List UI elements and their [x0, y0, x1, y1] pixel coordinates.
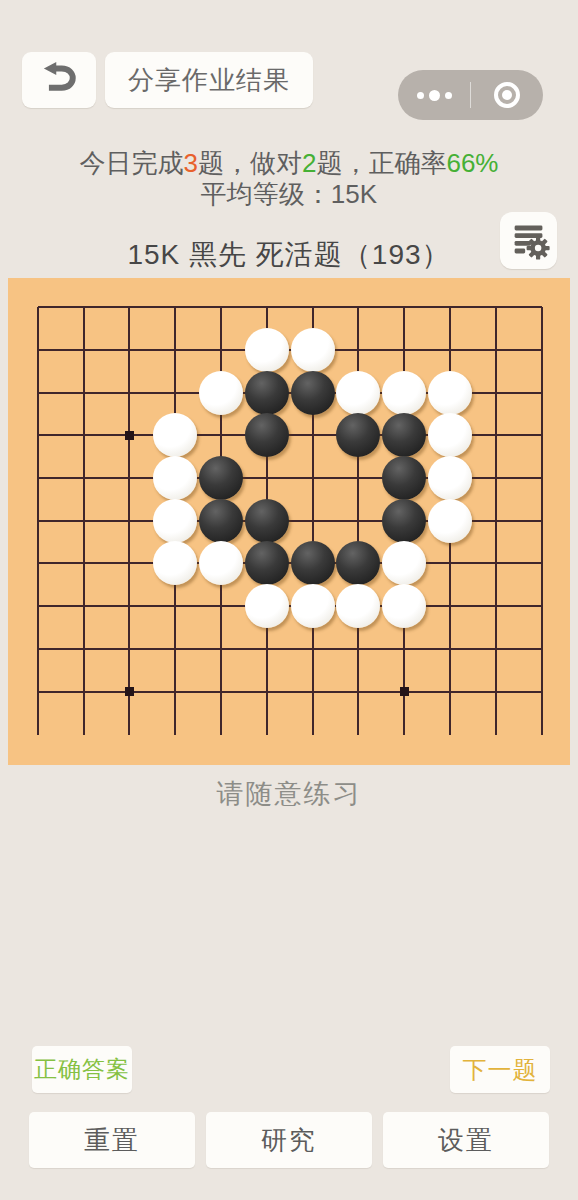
board-intersection[interactable] — [381, 457, 427, 500]
board-intersection[interactable] — [107, 628, 153, 671]
white-stone — [153, 456, 197, 500]
board-intersection[interactable] — [244, 457, 290, 500]
board-intersection[interactable] — [152, 670, 198, 713]
black-stone — [245, 541, 289, 585]
board-intersection[interactable] — [427, 329, 473, 372]
board-intersection[interactable] — [381, 585, 427, 628]
board-intersection[interactable] — [336, 542, 382, 585]
board-intersection[interactable] — [473, 499, 519, 542]
board-intersection[interactable] — [61, 286, 107, 329]
board-intersection[interactable] — [519, 670, 565, 713]
board-intersection[interactable] — [336, 670, 382, 713]
board-intersection[interactable] — [15, 585, 61, 628]
board-line-extension — [519, 713, 565, 735]
board-intersection[interactable] — [473, 414, 519, 457]
black-stone — [382, 456, 426, 500]
black-stone — [245, 499, 289, 543]
correct-count: 2 — [302, 148, 316, 178]
go-board[interactable] — [8, 278, 570, 765]
board-intersection[interactable] — [244, 542, 290, 585]
board-intersection[interactable] — [473, 670, 519, 713]
header: 分享作业结果 — [22, 52, 313, 108]
dot-icon — [429, 90, 440, 101]
board-intersection[interactable] — [152, 329, 198, 372]
circle-target-icon — [494, 82, 520, 108]
board-intersection[interactable] — [61, 499, 107, 542]
board-intersection[interactable] — [381, 670, 427, 713]
white-stone — [336, 584, 380, 628]
share-result-button[interactable]: 分享作业结果 — [105, 52, 313, 108]
board-intersection[interactable] — [519, 371, 565, 414]
star-point — [400, 687, 409, 696]
board-intersection[interactable] — [336, 414, 382, 457]
board-intersection[interactable] — [61, 414, 107, 457]
board-intersection[interactable] — [381, 286, 427, 329]
white-stone — [428, 499, 472, 543]
board-intersection[interactable] — [198, 542, 244, 585]
dot-icon — [445, 92, 452, 99]
board-intersection[interactable] — [473, 457, 519, 500]
board-line-extension — [244, 713, 290, 735]
star-point — [125, 687, 134, 696]
board-line-extension — [198, 713, 244, 735]
board-intersection[interactable] — [381, 628, 427, 671]
miniprogram-capsule — [398, 70, 543, 120]
board-intersection[interactable] — [427, 499, 473, 542]
white-stone — [382, 371, 426, 415]
board-intersection[interactable] — [336, 499, 382, 542]
white-stone — [153, 499, 197, 543]
board-intersection[interactable] — [198, 585, 244, 628]
board-intersection[interactable] — [61, 457, 107, 500]
white-stone — [428, 413, 472, 457]
board-line-extension — [473, 713, 519, 735]
board-intersection[interactable] — [290, 628, 336, 671]
board-intersection[interactable] — [381, 371, 427, 414]
board-intersection[interactable] — [198, 628, 244, 671]
board-intersection[interactable] — [381, 499, 427, 542]
board-intersection[interactable] — [152, 628, 198, 671]
board-intersection[interactable] — [244, 329, 290, 372]
board-intersection[interactable] — [519, 329, 565, 372]
board-intersection[interactable] — [473, 371, 519, 414]
black-stone — [336, 541, 380, 585]
board-intersection[interactable] — [519, 414, 565, 457]
board-intersection[interactable] — [290, 414, 336, 457]
daily-stats: 今日完成3题，做对2题，正确率66% 平均等级：15K — [0, 148, 578, 210]
black-stone — [245, 413, 289, 457]
board-intersection[interactable] — [427, 585, 473, 628]
board-line-extension — [152, 713, 198, 735]
title-row: 15K 黑先 死活题（193） — [0, 212, 578, 270]
board-intersection[interactable] — [15, 371, 61, 414]
board-intersection[interactable] — [427, 414, 473, 457]
board-intersection[interactable] — [427, 542, 473, 585]
star-point — [125, 431, 134, 440]
board-intersection[interactable] — [427, 670, 473, 713]
board-intersection[interactable] — [473, 329, 519, 372]
reset-button[interactable]: 重置 — [29, 1112, 195, 1168]
board-intersection[interactable] — [107, 670, 153, 713]
black-stone — [291, 371, 335, 415]
correct-answer-button[interactable]: 正确答案 — [32, 1046, 132, 1093]
board-intersection[interactable] — [244, 414, 290, 457]
board-intersection[interactable] — [519, 542, 565, 585]
completed-count: 3 — [184, 148, 198, 178]
board-intersection[interactable] — [152, 371, 198, 414]
board-intersection[interactable] — [244, 286, 290, 329]
board-intersection[interactable] — [107, 499, 153, 542]
board-intersection[interactable] — [244, 371, 290, 414]
board-intersection[interactable] — [152, 585, 198, 628]
board-intersection[interactable] — [290, 457, 336, 500]
action-bar: 重置 研究 设置 — [0, 1112, 578, 1168]
next-problem-button[interactable]: 下一题 — [450, 1046, 550, 1093]
board-intersection[interactable] — [290, 286, 336, 329]
go-board-grid — [15, 286, 565, 735]
board-intersection[interactable] — [244, 670, 290, 713]
average-level: 平均等级：15K — [0, 179, 578, 210]
board-intersection[interactable] — [61, 371, 107, 414]
board-intersection[interactable] — [61, 542, 107, 585]
board-intersection[interactable] — [107, 371, 153, 414]
board-intersection[interactable] — [427, 628, 473, 671]
board-intersection[interactable] — [473, 286, 519, 329]
problem-list-settings-button[interactable] — [500, 212, 557, 269]
white-stone — [428, 371, 472, 415]
board-intersection[interactable] — [152, 457, 198, 500]
white-stone — [199, 541, 243, 585]
stats-line1: 今日完成3题，做对2题，正确率66% — [0, 148, 578, 179]
black-stone — [382, 413, 426, 457]
board-intersection[interactable] — [198, 670, 244, 713]
board-intersection[interactable] — [427, 457, 473, 500]
black-stone — [245, 371, 289, 415]
black-stone — [382, 499, 426, 543]
board-intersection[interactable] — [15, 414, 61, 457]
white-stone — [199, 371, 243, 415]
board-intersection[interactable] — [519, 585, 565, 628]
board-line-extension — [15, 713, 61, 735]
board-intersection[interactable] — [473, 542, 519, 585]
board-intersection[interactable] — [381, 329, 427, 372]
white-stone — [291, 328, 335, 372]
white-stone — [153, 541, 197, 585]
board-intersection[interactable] — [381, 542, 427, 585]
board-line-extension — [107, 713, 153, 735]
settings-button[interactable]: 设置 — [383, 1112, 549, 1168]
board-intersection[interactable] — [519, 628, 565, 671]
board-intersection[interactable] — [336, 329, 382, 372]
board-intersection[interactable] — [336, 585, 382, 628]
board-intersection[interactable] — [244, 585, 290, 628]
board-intersection[interactable] — [473, 628, 519, 671]
board-intersection[interactable] — [427, 286, 473, 329]
accuracy-value: 66% — [446, 148, 498, 178]
board-intersection[interactable] — [473, 585, 519, 628]
board-intersection[interactable] — [244, 499, 290, 542]
board-intersection[interactable] — [198, 457, 244, 500]
board-intersection[interactable] — [61, 329, 107, 372]
white-stone — [428, 456, 472, 500]
board-intersection[interactable] — [107, 414, 153, 457]
board-line-extension — [61, 713, 107, 735]
back-button[interactable] — [22, 52, 96, 108]
board-intersection[interactable] — [107, 286, 153, 329]
practice-hint: 请随意练习 — [0, 776, 578, 812]
undo-arrow-icon — [37, 57, 81, 104]
board-line-extension — [336, 713, 382, 735]
board-intersection[interactable] — [290, 371, 336, 414]
board-intersection[interactable] — [152, 286, 198, 329]
board-line-extension — [381, 713, 427, 735]
board-intersection[interactable] — [198, 499, 244, 542]
board-intersection[interactable] — [336, 628, 382, 671]
board-intersection[interactable] — [381, 414, 427, 457]
board-intersection[interactable] — [107, 457, 153, 500]
white-stone — [336, 371, 380, 415]
board-intersection[interactable] — [244, 628, 290, 671]
board-intersection[interactable] — [336, 286, 382, 329]
board-intersection[interactable] — [61, 628, 107, 671]
board-intersection[interactable] — [290, 542, 336, 585]
board-intersection[interactable] — [290, 499, 336, 542]
board-intersection[interactable] — [336, 371, 382, 414]
board-intersection[interactable] — [61, 585, 107, 628]
board-intersection[interactable] — [198, 286, 244, 329]
board-intersection[interactable] — [290, 670, 336, 713]
research-button[interactable]: 研究 — [206, 1112, 372, 1168]
list-gear-icon — [506, 216, 552, 265]
board-intersection[interactable] — [152, 542, 198, 585]
board-intersection[interactable] — [198, 329, 244, 372]
close-target-button[interactable] — [471, 82, 543, 108]
board-intersection[interactable] — [107, 585, 153, 628]
white-stone — [153, 413, 197, 457]
white-stone — [245, 584, 289, 628]
board-intersection[interactable] — [15, 457, 61, 500]
board-intersection[interactable] — [15, 628, 61, 671]
white-stone — [382, 541, 426, 585]
board-intersection[interactable] — [290, 329, 336, 372]
board-intersection[interactable] — [519, 499, 565, 542]
board-intersection[interactable] — [427, 371, 473, 414]
board-intersection[interactable] — [152, 499, 198, 542]
more-menu-button[interactable] — [398, 90, 470, 101]
white-stone — [291, 584, 335, 628]
board-intersection[interactable] — [61, 670, 107, 713]
page-title: 15K 黑先 死活题（193） — [0, 236, 578, 274]
board-intersection[interactable] — [198, 414, 244, 457]
board-intersection[interactable] — [152, 414, 198, 457]
board-intersection[interactable] — [15, 542, 61, 585]
white-stone — [382, 584, 426, 628]
black-stone — [199, 456, 243, 500]
board-intersection[interactable] — [107, 542, 153, 585]
black-stone — [199, 499, 243, 543]
board-intersection[interactable] — [15, 499, 61, 542]
board-line-extension — [290, 713, 336, 735]
board-intersection[interactable] — [290, 585, 336, 628]
white-stone — [245, 328, 289, 372]
board-intersection[interactable] — [15, 286, 61, 329]
black-stone — [291, 541, 335, 585]
board-line-extension — [427, 713, 473, 735]
board-intersection[interactable] — [15, 329, 61, 372]
board-intersection[interactable] — [519, 286, 565, 329]
board-intersection[interactable] — [107, 329, 153, 372]
board-intersection[interactable] — [336, 457, 382, 500]
black-stone — [336, 413, 380, 457]
board-intersection[interactable] — [519, 457, 565, 500]
board-intersection[interactable] — [198, 371, 244, 414]
dot-icon — [417, 92, 424, 99]
board-intersection[interactable] — [15, 670, 61, 713]
